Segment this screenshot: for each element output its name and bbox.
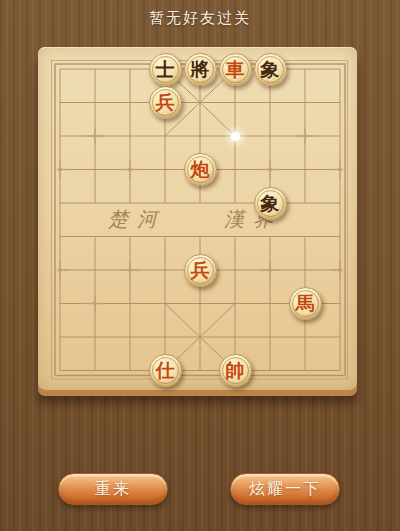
piece-glyph: 兵 [191, 261, 210, 280]
piece-black-advisor[interactable]: 士 [149, 53, 182, 86]
xiangqi-board: 楚河 漢界 士將車象兵炮象兵馬仕帥 [38, 47, 357, 390]
piece-glyph: 帥 [226, 361, 245, 380]
page-title: 暂无好友过关 [0, 9, 400, 28]
button-bar: 重来 炫耀一下 [0, 473, 400, 507]
restart-button[interactable]: 重来 [58, 473, 168, 505]
last-move-marker [231, 132, 240, 141]
piece-glyph: 馬 [296, 294, 315, 313]
piece-glyph: 仕 [156, 361, 175, 380]
app-screen: 暂无好友过关 楚河 漢界 士將車象兵炮象兵馬仕帥 重来 炫耀一下 [0, 0, 400, 531]
piece-red-horse[interactable]: 馬 [289, 287, 322, 320]
piece-glyph: 炮 [191, 160, 210, 179]
piece-glyph: 象 [261, 194, 280, 213]
piece-red-chariot[interactable]: 車 [219, 53, 252, 86]
piece-black-elephant[interactable]: 象 [254, 53, 287, 86]
piece-red-advisor[interactable]: 仕 [149, 354, 182, 387]
piece-red-soldier[interactable]: 兵 [149, 86, 182, 119]
piece-glyph: 兵 [156, 93, 175, 112]
brag-button[interactable]: 炫耀一下 [230, 473, 340, 505]
piece-glyph: 象 [261, 60, 280, 79]
piece-red-general[interactable]: 帥 [219, 354, 252, 387]
piece-black-general[interactable]: 將 [184, 53, 217, 86]
piece-red-cannon[interactable]: 炮 [184, 153, 217, 186]
piece-grid: 士將車象兵炮象兵馬仕帥 [43, 52, 358, 387]
piece-glyph: 將 [191, 60, 210, 79]
piece-red-soldier[interactable]: 兵 [184, 254, 217, 287]
piece-black-elephant[interactable]: 象 [254, 187, 287, 220]
piece-glyph: 車 [226, 60, 245, 79]
piece-glyph: 士 [156, 60, 175, 79]
